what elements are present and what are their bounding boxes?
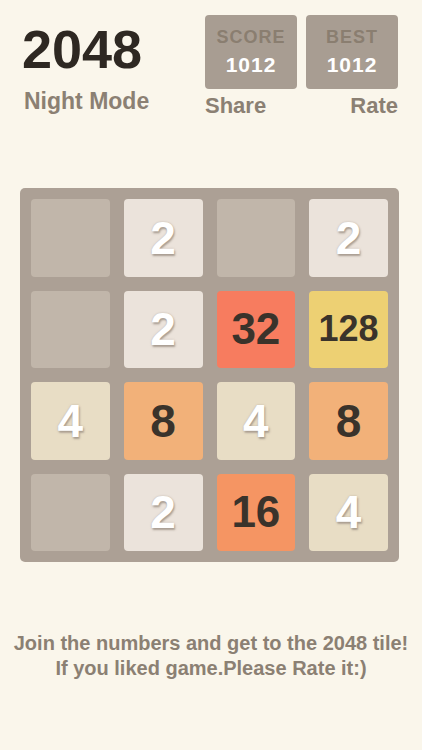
game-board[interactable]: 2223212848482164 — [20, 188, 399, 562]
tile-8: 8 — [124, 382, 203, 460]
score-value: 1012 — [226, 53, 277, 77]
app-title: 2048 — [22, 18, 142, 80]
tile-16: 16 — [217, 474, 296, 552]
tile-2: 2 — [124, 199, 203, 277]
empty-cell — [31, 474, 110, 552]
footer-line-2: If you liked game.Please Rate it:) — [0, 656, 422, 681]
tile-2: 2 — [124, 474, 203, 552]
tile-8: 8 — [309, 382, 388, 460]
score-box: SCORE 1012 — [205, 15, 297, 89]
footer-line-1: Join the numbers and get to the 2048 til… — [0, 631, 422, 656]
tile-4: 4 — [31, 382, 110, 460]
tile-128: 128 — [309, 291, 388, 369]
best-box: BEST 1012 — [306, 15, 398, 89]
share-button[interactable]: Share — [205, 93, 266, 119]
best-label: BEST — [326, 27, 378, 48]
footer-text: Join the numbers and get to the 2048 til… — [0, 631, 422, 681]
night-mode-button[interactable]: Night Mode — [24, 88, 149, 115]
score-label: SCORE — [216, 27, 285, 48]
tile-2: 2 — [309, 199, 388, 277]
empty-cell — [31, 199, 110, 277]
empty-cell — [217, 199, 296, 277]
rate-button[interactable]: Rate — [350, 93, 398, 119]
tile-4: 4 — [309, 474, 388, 552]
best-value: 1012 — [327, 53, 378, 77]
tile-2: 2 — [124, 291, 203, 369]
tile-4: 4 — [217, 382, 296, 460]
tile-32: 32 — [217, 291, 296, 369]
empty-cell — [31, 291, 110, 369]
